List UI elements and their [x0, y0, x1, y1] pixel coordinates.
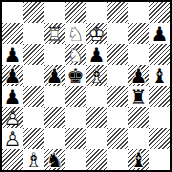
- square-a8[interactable]: [2, 2, 23, 23]
- square-h7[interactable]: ♟: [149, 23, 170, 44]
- square-h1[interactable]: [149, 149, 170, 170]
- square-b6[interactable]: [23, 44, 44, 65]
- square-f7[interactable]: [107, 23, 128, 44]
- white-knight-d7: ♞♘: [65, 23, 86, 44]
- square-c6[interactable]: [44, 44, 65, 65]
- square-b8[interactable]: [23, 2, 44, 23]
- square-b3[interactable]: [23, 107, 44, 128]
- square-f4[interactable]: [107, 86, 128, 107]
- white-bishop-b1: ♝♗: [23, 149, 44, 170]
- square-g2[interactable]: [128, 128, 149, 149]
- square-d5[interactable]: ♚: [65, 65, 86, 86]
- black-bishop-h5: ♝: [149, 65, 170, 86]
- white-king-e7: ♚♔: [86, 23, 107, 44]
- square-a7[interactable]: [2, 23, 23, 44]
- square-g8[interactable]: [128, 2, 149, 23]
- square-h3[interactable]: [149, 107, 170, 128]
- square-h8[interactable]: [149, 2, 170, 23]
- black-pawn-c5: ♟: [44, 65, 65, 86]
- square-a6[interactable]: ♟: [2, 44, 23, 65]
- square-a3[interactable]: ♟♙: [2, 107, 23, 128]
- square-c5[interactable]: ♟: [44, 65, 65, 86]
- square-c1[interactable]: ♞: [44, 149, 65, 170]
- square-e5[interactable]: ♝♗: [86, 65, 107, 86]
- square-e4[interactable]: [86, 86, 107, 107]
- square-f6[interactable]: [107, 44, 128, 65]
- square-g1[interactable]: ♝: [128, 149, 149, 170]
- square-a5[interactable]: ♟: [2, 65, 23, 86]
- square-f8[interactable]: [107, 2, 128, 23]
- black-pawn-g5: ♟: [128, 65, 149, 86]
- black-king-d5: ♚: [65, 65, 86, 86]
- square-e3[interactable]: [86, 107, 107, 128]
- square-d1[interactable]: [65, 149, 86, 170]
- white-pawn-a2: ♟♙: [2, 128, 23, 149]
- white-pawn-a3: ♟♙: [2, 107, 23, 128]
- square-g5[interactable]: ♟: [128, 65, 149, 86]
- square-d6[interactable]: ♞♘: [65, 44, 86, 65]
- square-e6[interactable]: ♟: [86, 44, 107, 65]
- square-b1[interactable]: ♝♗: [23, 149, 44, 170]
- square-g4[interactable]: ♜: [128, 86, 149, 107]
- square-e2[interactable]: [86, 128, 107, 149]
- square-f2[interactable]: [107, 128, 128, 149]
- square-e8[interactable]: [86, 2, 107, 23]
- square-c2[interactable]: [44, 128, 65, 149]
- square-c4[interactable]: [44, 86, 65, 107]
- black-pawn-a5: ♟: [2, 65, 23, 86]
- white-knight-d6: ♞♘: [65, 44, 86, 65]
- square-e7[interactable]: ♚♔: [86, 23, 107, 44]
- black-rook-g4: ♜: [128, 86, 149, 107]
- square-e1[interactable]: [86, 149, 107, 170]
- black-pawn-a4: ♟: [2, 86, 23, 107]
- square-d2[interactable]: [65, 128, 86, 149]
- square-b2[interactable]: [23, 128, 44, 149]
- square-c8[interactable]: [44, 2, 65, 23]
- square-g6[interactable]: [128, 44, 149, 65]
- square-g3[interactable]: [128, 107, 149, 128]
- black-pawn-a6: ♟: [2, 44, 23, 65]
- square-b7[interactable]: [23, 23, 44, 44]
- square-h6[interactable]: [149, 44, 170, 65]
- square-h5[interactable]: ♝: [149, 65, 170, 86]
- square-g7[interactable]: [128, 23, 149, 44]
- black-pawn-e6: ♟: [86, 44, 107, 65]
- square-a4[interactable]: ♟: [2, 86, 23, 107]
- square-f5[interactable]: [107, 65, 128, 86]
- chess-board: ♜♖♞♘♚♔♟♟♞♘♟♟♟♚♝♗♟♝♟♜♟♙♟♙♝♗♞♝: [0, 0, 172, 172]
- square-h2[interactable]: [149, 128, 170, 149]
- square-h4[interactable]: [149, 86, 170, 107]
- square-d8[interactable]: [65, 2, 86, 23]
- square-f1[interactable]: [107, 149, 128, 170]
- square-f3[interactable]: [107, 107, 128, 128]
- square-a1[interactable]: [2, 149, 23, 170]
- white-bishop-e5: ♝♗: [86, 65, 107, 86]
- square-d4[interactable]: [65, 86, 86, 107]
- black-pawn-h7: ♟: [149, 23, 170, 44]
- square-a2[interactable]: ♟♙: [2, 128, 23, 149]
- black-knight-c1: ♞: [44, 149, 65, 170]
- square-b5[interactable]: [23, 65, 44, 86]
- square-b4[interactable]: [23, 86, 44, 107]
- square-c3[interactable]: [44, 107, 65, 128]
- black-bishop-g1: ♝: [128, 149, 149, 170]
- square-c7[interactable]: ♜♖: [44, 23, 65, 44]
- square-d3[interactable]: [65, 107, 86, 128]
- white-rook-c7: ♜♖: [44, 23, 65, 44]
- square-d7[interactable]: ♞♘: [65, 23, 86, 44]
